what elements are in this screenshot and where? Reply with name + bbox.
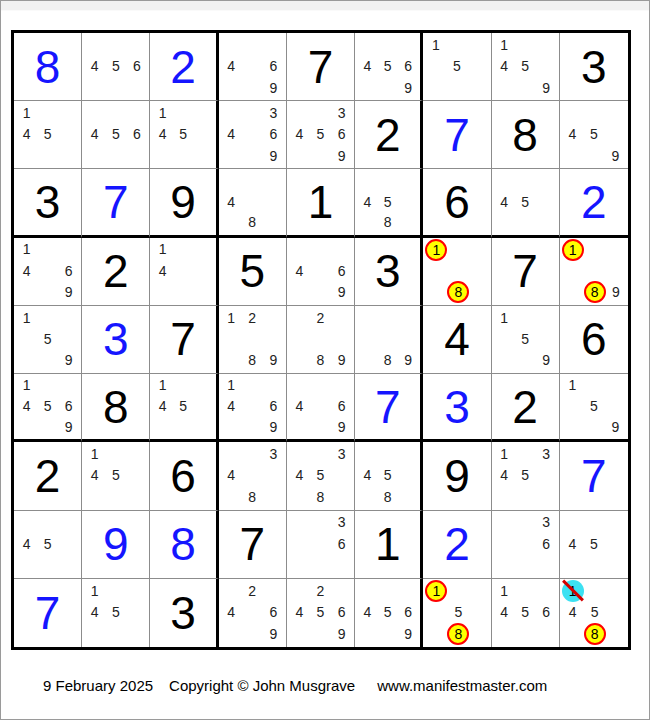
candidate-slot-2 xyxy=(105,580,126,602)
candidate-slot-5: 5 xyxy=(105,55,126,76)
cell-r4c2[interactable]: 2 xyxy=(82,238,150,306)
candidate-slot-1 xyxy=(16,512,37,533)
candidate-5: 5 xyxy=(44,127,52,141)
candidate-slot-9 xyxy=(193,145,213,166)
candidate-slot-2 xyxy=(242,170,263,191)
candidate-6: 6 xyxy=(338,127,346,141)
candidate-slot-7 xyxy=(562,554,583,575)
candidate-1: 1 xyxy=(227,378,235,392)
candidate-slot-5: 5 xyxy=(378,55,398,76)
candidate-slot-1: 1 xyxy=(494,307,515,328)
candidate-slot-3 xyxy=(606,580,626,602)
given-digit: 7 xyxy=(287,33,354,100)
candidate-slot-1 xyxy=(84,34,105,55)
candidate-slot-6 xyxy=(398,191,418,212)
cell-r7c6[interactable]: 458 xyxy=(355,442,423,510)
candidate-slot-1 xyxy=(494,512,515,533)
candidate-slot-7 xyxy=(84,623,105,645)
candidate-slot-4: 4 xyxy=(289,465,310,486)
placed-digit: 2 xyxy=(423,511,490,578)
candidate-slot-2 xyxy=(37,239,58,260)
candidate-slot-9 xyxy=(58,145,79,166)
candidate-slot-5: 5 xyxy=(37,124,58,145)
candidate-slot-4: 4 xyxy=(221,124,242,145)
candidate-slot-2 xyxy=(242,443,263,464)
candidate-slot-9: 9 xyxy=(331,350,352,371)
cell-r7c7[interactable]: 9 xyxy=(423,442,491,510)
candidate-slot-1 xyxy=(289,580,310,602)
candidate-8: 8 xyxy=(384,490,392,504)
candidate-8: 8 xyxy=(384,215,392,229)
candidate-slot-9: 9 xyxy=(263,350,284,371)
cell-r2c1[interactable]: 145 xyxy=(14,101,82,169)
candidate-slot-8: 8 xyxy=(378,350,398,371)
candidate-slot-3 xyxy=(331,239,352,260)
candidate-slot-5 xyxy=(242,191,263,212)
candidate-slot-3 xyxy=(606,239,626,261)
cell-r6c4[interactable]: 1469 xyxy=(219,374,287,442)
candidate-slot-2 xyxy=(105,443,126,464)
candidate-slot-8: 8 xyxy=(310,350,331,371)
cell-r9c3[interactable]: 3 xyxy=(150,579,218,647)
given-digit: 9 xyxy=(423,442,490,509)
cell-r1c5[interactable]: 7 xyxy=(287,33,355,101)
candidate-slot-7 xyxy=(425,281,447,303)
candidate-slot-5: 5 xyxy=(310,602,331,624)
candidate-slot-9 xyxy=(536,486,557,507)
candidate-grid: 18 xyxy=(425,239,488,303)
candidate-slot-7 xyxy=(494,554,515,575)
candidate-slot-9: 9 xyxy=(263,417,284,438)
given-digit: 3 xyxy=(355,238,420,305)
candidate-slot-2 xyxy=(105,102,126,123)
cell-r2c8[interactable]: 8 xyxy=(492,101,560,169)
cell-r9c5[interactable]: 24569 xyxy=(287,579,355,647)
candidate-slot-8 xyxy=(446,77,467,98)
cell-r7c2[interactable]: 145 xyxy=(82,442,150,510)
candidate-slot-9 xyxy=(398,212,418,233)
candidate-5: 5 xyxy=(521,332,529,346)
cell-r3c5[interactable]: 1 xyxy=(287,169,355,237)
candidate-slot-6: 6 xyxy=(331,602,352,624)
candidate-5: 5 xyxy=(590,537,598,551)
candidate-slot-7 xyxy=(289,417,310,438)
candidate-slot-5 xyxy=(378,328,398,349)
candidate-slot-6 xyxy=(263,328,284,349)
cell-r8c2[interactable]: 9 xyxy=(82,511,150,579)
cell-r1c2[interactable]: 456 xyxy=(82,33,150,101)
candidate-9: 9 xyxy=(269,149,277,163)
given-digit: 6 xyxy=(423,169,490,234)
candidate-grid: 1469 xyxy=(221,375,284,437)
cell-r3c1[interactable]: 3 xyxy=(14,169,82,237)
candidate-4: 4 xyxy=(296,127,304,141)
cell-r1c3[interactable]: 2 xyxy=(150,33,218,101)
candidate-slot-8 xyxy=(242,417,263,438)
cell-r6c6[interactable]: 7 xyxy=(355,374,423,442)
candidate-slot-6: 6 xyxy=(331,396,352,417)
cell-r7c4[interactable]: 348 xyxy=(219,442,287,510)
candidate-slot-9 xyxy=(536,623,557,645)
cell-r7c9[interactable]: 7 xyxy=(560,442,628,510)
candidate-slot-8: 8 xyxy=(447,623,469,645)
candidate-slot-6 xyxy=(58,533,79,554)
cell-r3c6[interactable]: 458 xyxy=(355,169,423,237)
candidate-slot-5: 5 xyxy=(378,191,398,212)
cell-r4c8[interactable]: 7 xyxy=(492,238,560,306)
candidate-4: 4 xyxy=(363,468,371,482)
candidate-1: 1 xyxy=(91,584,99,598)
candidate-grid: 469 xyxy=(221,34,284,98)
candidate-grid: 1345 xyxy=(494,443,557,507)
candidate-slot-4 xyxy=(221,328,242,349)
cell-r4c3[interactable]: 14 xyxy=(150,238,218,306)
candidate-slot-8 xyxy=(37,417,58,438)
candidate-5: 5 xyxy=(591,605,599,619)
candidate-slot-8: 8 xyxy=(584,281,606,303)
candidate-slot-1: 1 xyxy=(84,443,105,464)
candidate-slot-6 xyxy=(126,465,147,486)
cell-r5c1[interactable]: 159 xyxy=(14,306,82,374)
candidate-4: 4 xyxy=(363,195,371,209)
placed-digit: 3 xyxy=(82,306,149,373)
candidate-4: 4 xyxy=(227,468,235,482)
candidate-grid: 159 xyxy=(16,307,79,371)
candidate-slot-3 xyxy=(193,102,213,123)
cell-r8c7[interactable]: 2 xyxy=(423,511,491,579)
candidate-slot-3: 3 xyxy=(536,512,557,533)
candidate-2: 2 xyxy=(317,311,325,325)
cell-r2c7[interactable]: 7 xyxy=(423,101,491,169)
candidate-9: 9 xyxy=(404,81,412,95)
cell-r5c7[interactable]: 4 xyxy=(423,306,491,374)
candidate-slot-1: 1 xyxy=(562,375,583,396)
candidate-slot-6 xyxy=(536,55,557,76)
cell-r7c5[interactable]: 3458 xyxy=(287,442,355,510)
candidate-9: 9 xyxy=(404,627,412,641)
candidate-6: 6 xyxy=(542,605,550,619)
cell-r4c4[interactable]: 5 xyxy=(219,238,287,306)
cell-r2c5[interactable]: 34569 xyxy=(287,101,355,169)
candidate-4: 4 xyxy=(23,127,31,141)
cell-r9c8[interactable]: 1456 xyxy=(492,579,560,647)
cell-r6c3[interactable]: 145 xyxy=(150,374,218,442)
candidate-slot-5 xyxy=(242,328,263,349)
cell-r2c4[interactable]: 3469 xyxy=(219,101,287,169)
candidate-slot-4 xyxy=(425,55,446,76)
candidate-slot-3 xyxy=(263,170,284,191)
cell-r8c3[interactable]: 8 xyxy=(150,511,218,579)
cell-r1c6[interactable]: 4569 xyxy=(355,33,423,101)
candidate-grid: 36 xyxy=(289,512,352,576)
candidate-4: 4 xyxy=(91,59,99,73)
cell-r9c4[interactable]: 2469 xyxy=(219,579,287,647)
cell-r9c6[interactable]: 4569 xyxy=(355,579,423,647)
candidate-slot-3 xyxy=(126,580,147,602)
candidate-slot-7 xyxy=(289,145,310,166)
cell-r4c7[interactable]: 18 xyxy=(423,238,491,306)
cell-r4c5[interactable]: 469 xyxy=(287,238,355,306)
cell-r8c4[interactable]: 7 xyxy=(219,511,287,579)
candidate-2: 2 xyxy=(317,584,325,598)
cell-r4c6[interactable]: 3 xyxy=(355,238,423,306)
candidate-slot-7 xyxy=(16,554,37,575)
candidate-slot-9: 9 xyxy=(398,623,418,645)
candidate-slot-6 xyxy=(605,124,626,145)
candidate-slot-8 xyxy=(310,554,331,575)
candidate-6: 6 xyxy=(338,264,346,278)
candidate-slot-7 xyxy=(289,350,310,371)
eliminated-candidate-1: 1 xyxy=(562,580,584,602)
candidate-slot-8 xyxy=(37,350,58,371)
candidate-slot-5: 5 xyxy=(37,533,58,554)
cell-r6c5[interactable]: 469 xyxy=(287,374,355,442)
candidate-1: 1 xyxy=(23,311,31,325)
candidate-slot-3 xyxy=(398,443,418,464)
candidate-slot-2 xyxy=(584,239,606,261)
candidate-grid: 145 xyxy=(84,443,147,507)
candidate-slot-2 xyxy=(378,307,398,328)
candidate-slot-7 xyxy=(357,350,377,371)
candidate-slot-4 xyxy=(562,261,584,281)
cell-r5c9[interactable]: 6 xyxy=(560,306,628,374)
cell-r7c3[interactable]: 6 xyxy=(150,442,218,510)
candidate-slot-1 xyxy=(494,170,515,191)
placed-digit: 8 xyxy=(14,33,81,100)
cell-r8c8[interactable]: 36 xyxy=(492,511,560,579)
cell-r8c9[interactable]: 45 xyxy=(560,511,628,579)
candidate-8: 8 xyxy=(384,353,392,367)
candidate-slot-7 xyxy=(221,623,242,645)
cell-r3c2[interactable]: 7 xyxy=(82,169,150,237)
footer: 9 February 2025Copyright © John Musgrave… xyxy=(43,677,547,694)
candidate-slot-8 xyxy=(310,417,331,438)
candidate-slot-7 xyxy=(357,486,377,507)
candidate-slot-9 xyxy=(193,417,213,438)
candidate-slot-4: 4 xyxy=(562,124,583,145)
candidate-slot-9 xyxy=(126,77,147,98)
candidate-slot-4 xyxy=(494,328,515,349)
candidate-4: 4 xyxy=(296,605,304,619)
candidate-slot-9 xyxy=(263,486,284,507)
cell-r1c8[interactable]: 1459 xyxy=(492,33,560,101)
cell-r3c9[interactable]: 2 xyxy=(560,169,628,237)
cell-r8c6[interactable]: 1 xyxy=(355,511,423,579)
candidate-slot-7 xyxy=(221,350,242,371)
candidate-slot-7 xyxy=(494,486,515,507)
candidate-slot-7 xyxy=(152,145,172,166)
candidate-slot-1 xyxy=(289,102,310,123)
placed-digit: 7 xyxy=(423,101,490,168)
candidate-slot-3 xyxy=(605,102,626,123)
cell-r2c9[interactable]: 459 xyxy=(560,101,628,169)
cell-r6c1[interactable]: 14569 xyxy=(14,374,82,442)
candidate-slot-4: 4 xyxy=(562,533,583,554)
candidate-slot-2: 2 xyxy=(310,580,331,602)
candidate-slot-4: 4 xyxy=(152,396,172,417)
candidate-slot-1: 1 xyxy=(152,102,172,123)
cell-r2c3[interactable]: 145 xyxy=(150,101,218,169)
candidate-slot-2 xyxy=(173,239,193,260)
candidate-slot-9 xyxy=(331,554,352,575)
candidate-slot-4: 4 xyxy=(16,533,37,554)
candidate-slot-6 xyxy=(605,396,626,417)
candidate-slot-2 xyxy=(515,443,536,464)
candidate-slot-7 xyxy=(152,281,172,302)
candidate-slot-7 xyxy=(494,212,515,233)
cell-r3c3[interactable]: 9 xyxy=(150,169,218,237)
given-digit: 8 xyxy=(82,374,149,439)
candidate-slot-5: 5 xyxy=(105,465,126,486)
cell-r4c9[interactable]: 189 xyxy=(560,238,628,306)
candidate-slot-8 xyxy=(37,145,58,166)
cell-r1c1[interactable]: 8 xyxy=(14,33,82,101)
candidate-slot-8: 8 xyxy=(310,486,331,507)
cell-r9c9[interactable]: 1458 xyxy=(560,579,628,647)
candidate-slot-2 xyxy=(515,307,536,328)
candidate-slot-6: 6 xyxy=(126,55,147,76)
cell-r3c8[interactable]: 45 xyxy=(492,169,560,237)
cell-r9c2[interactable]: 145 xyxy=(82,579,150,647)
candidate-4: 4 xyxy=(500,195,508,209)
candidate-slot-6: 6 xyxy=(263,602,284,624)
candidate-slot-5: 5 xyxy=(310,465,331,486)
candidate-slot-3 xyxy=(263,34,284,55)
candidate-slot-2 xyxy=(242,102,263,123)
candidate-slot-1: 1 xyxy=(494,34,515,55)
cell-r4c1[interactable]: 1469 xyxy=(14,238,82,306)
candidate-slot-6: 6 xyxy=(536,602,557,624)
candidate-6: 6 xyxy=(338,605,346,619)
candidate-slot-6 xyxy=(193,396,213,417)
given-digit: 6 xyxy=(150,442,215,509)
candidate-slot-4: 4 xyxy=(357,465,377,486)
cell-r7c8[interactable]: 1345 xyxy=(492,442,560,510)
candidate-5: 5 xyxy=(384,59,392,73)
cell-r6c8[interactable]: 2 xyxy=(492,374,560,442)
candidate-slot-4: 4 xyxy=(494,602,515,624)
candidate-slot-6 xyxy=(536,465,557,486)
candidate-6: 6 xyxy=(404,605,412,619)
candidate-slot-5: 5 xyxy=(583,533,604,554)
candidate-slot-5: 5 xyxy=(446,55,467,76)
candidate-slot-7 xyxy=(84,77,105,98)
candidate-9: 9 xyxy=(404,353,412,367)
placed-digit: 7 xyxy=(82,169,149,234)
candidate-slot-6 xyxy=(263,191,284,212)
cell-r5c5[interactable]: 289 xyxy=(287,306,355,374)
cell-r2c2[interactable]: 456 xyxy=(82,101,150,169)
cell-r1c4[interactable]: 469 xyxy=(219,33,287,101)
cell-r9c7[interactable]: 158 xyxy=(423,579,491,647)
candidate-slot-5: 5 xyxy=(105,602,126,624)
cell-r6c2[interactable]: 8 xyxy=(82,374,150,442)
candidate-slot-6: 6 xyxy=(398,55,418,76)
cell-r3c4[interactable]: 48 xyxy=(219,169,287,237)
cell-r5c8[interactable]: 159 xyxy=(492,306,560,374)
cell-r5c2[interactable]: 3 xyxy=(82,306,150,374)
candidate-grid: 89 xyxy=(357,307,418,371)
given-digit: 3 xyxy=(14,169,81,234)
candidate-slot-4: 4 xyxy=(152,124,172,145)
candidate-slot-8 xyxy=(378,623,398,645)
given-digit: 6 xyxy=(560,306,628,373)
candidate-9: 9 xyxy=(338,149,346,163)
candidate-slot-3 xyxy=(126,443,147,464)
candidate-grid: 459 xyxy=(562,102,626,166)
cell-r7c1[interactable]: 2 xyxy=(14,442,82,510)
candidate-slot-3 xyxy=(58,239,79,260)
candidate-slot-4 xyxy=(425,261,447,281)
candidate-slot-2: 2 xyxy=(242,307,263,328)
candidate-slot-3: 3 xyxy=(331,102,352,123)
cell-r1c7[interactable]: 15 xyxy=(423,33,491,101)
cell-r8c5[interactable]: 36 xyxy=(287,511,355,579)
candidate-slot-7 xyxy=(357,623,377,645)
cell-r5c3[interactable]: 7 xyxy=(150,306,218,374)
candidate-slot-6: 6 xyxy=(126,124,147,145)
candidate-slot-2 xyxy=(378,170,398,191)
cell-r5c6[interactable]: 89 xyxy=(355,306,423,374)
cell-r9c1[interactable]: 7 xyxy=(14,579,82,647)
candidate-slot-8 xyxy=(310,145,331,166)
candidate-slot-5: 5 xyxy=(378,465,398,486)
highlighted-candidate-8: 8 xyxy=(584,281,606,303)
candidate-4: 4 xyxy=(296,264,304,278)
candidate-slot-7 xyxy=(221,417,242,438)
candidate-5: 5 xyxy=(384,468,392,482)
candidate-slot-2 xyxy=(37,102,58,123)
candidate-slot-5: 5 xyxy=(515,191,536,212)
candidate-slot-6 xyxy=(331,465,352,486)
candidate-3: 3 xyxy=(338,447,346,461)
cell-r8c1[interactable]: 45 xyxy=(14,511,82,579)
candidate-slot-4: 4 xyxy=(357,191,377,212)
candidate-slot-9: 9 xyxy=(605,417,626,438)
candidate-slot-2 xyxy=(515,580,536,602)
candidate-slot-2 xyxy=(37,307,58,328)
candidate-slot-8 xyxy=(105,486,126,507)
cell-r1c9[interactable]: 3 xyxy=(560,33,628,101)
candidate-slot-8 xyxy=(173,145,193,166)
candidate-slot-1: 1 xyxy=(16,307,37,328)
given-digit: 4 xyxy=(423,306,490,373)
candidate-2: 2 xyxy=(248,584,256,598)
candidate-slot-9: 9 xyxy=(263,145,284,166)
cell-r2c6[interactable]: 2 xyxy=(355,101,423,169)
candidate-1: 1 xyxy=(23,106,31,120)
candidate-slot-5 xyxy=(242,396,263,417)
candidate-slot-1: 1 xyxy=(16,102,37,123)
given-digit: 3 xyxy=(150,579,215,647)
candidate-3: 3 xyxy=(542,447,550,461)
cell-r5c4[interactable]: 1289 xyxy=(219,306,287,374)
candidate-grid: 4569 xyxy=(357,580,418,645)
candidate-slot-1 xyxy=(357,34,377,55)
candidate-slot-5 xyxy=(310,533,331,554)
candidate-1: 1 xyxy=(23,378,31,392)
candidate-5: 5 xyxy=(112,59,120,73)
cell-r3c7[interactable]: 6 xyxy=(423,169,491,237)
candidate-slot-9: 9 xyxy=(398,77,418,98)
candidate-slot-7 xyxy=(16,145,37,166)
candidate-grid: 469 xyxy=(289,239,352,303)
candidate-slot-4: 4 xyxy=(16,396,37,417)
cell-r6c9[interactable]: 159 xyxy=(560,374,628,442)
candidate-slot-1: 1 xyxy=(16,239,37,260)
candidate-slot-8 xyxy=(515,350,536,371)
cell-r6c7[interactable]: 3 xyxy=(423,374,491,442)
